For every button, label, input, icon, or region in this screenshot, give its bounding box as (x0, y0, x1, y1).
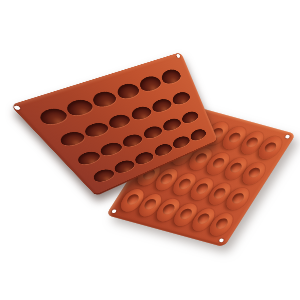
mould-cell (167, 169, 201, 199)
cavity (161, 116, 183, 133)
mould-cell (50, 123, 93, 153)
mould-cell (157, 112, 185, 138)
cavity (189, 127, 208, 142)
bump (150, 136, 180, 162)
mould-cell (28, 100, 75, 133)
mould-cell (186, 123, 211, 147)
front-mould (106, 102, 296, 247)
bump (255, 135, 286, 161)
cavity (171, 134, 191, 150)
cavity (159, 67, 183, 85)
mould-cell (204, 209, 238, 239)
mould-cell (164, 109, 198, 139)
mould-cell (220, 184, 254, 214)
cavity (170, 89, 192, 106)
mould-cell (166, 84, 195, 111)
bump (202, 120, 233, 146)
cavity (132, 150, 155, 166)
mould-cell (92, 135, 128, 162)
mould-cell (203, 179, 237, 209)
cavity (180, 109, 200, 125)
mould-cell (146, 91, 177, 119)
front-mould-layer (0, 0, 300, 300)
bump (219, 125, 249, 151)
cavity (35, 106, 70, 127)
front-mould-corner-hole (111, 209, 117, 213)
mould-cell (237, 158, 271, 188)
bump (184, 116, 214, 142)
product-photo (0, 0, 300, 300)
mould-cell (155, 62, 186, 92)
mould-cell (186, 204, 220, 234)
cavity (114, 82, 142, 101)
bump (222, 186, 253, 212)
mould-cell (68, 144, 107, 172)
cavity (120, 132, 145, 149)
mould-cell (200, 118, 234, 148)
cavity (150, 96, 174, 114)
cavity (81, 120, 110, 139)
bump (188, 207, 218, 233)
cavity (105, 112, 132, 130)
mould-cell (109, 76, 146, 107)
cavity (152, 142, 174, 158)
cavity (97, 140, 124, 158)
mould-cell (128, 145, 159, 170)
mould-cell (169, 200, 203, 230)
cavity (56, 129, 88, 148)
bump (221, 156, 251, 182)
mould-cell (116, 185, 150, 215)
back-mould-corner-hole (176, 54, 181, 59)
mould-cell (182, 113, 216, 143)
mould-cell (76, 115, 115, 144)
mould-cell (185, 174, 219, 204)
cavity (141, 124, 164, 141)
bump (135, 192, 165, 218)
mould-cell (84, 83, 124, 114)
mould-cell (218, 123, 252, 153)
bump (166, 111, 196, 137)
front-mould-corner-hole (284, 134, 290, 138)
bump (151, 167, 181, 193)
cavity (63, 97, 95, 117)
cavity (89, 89, 119, 109)
mould-cell (253, 133, 287, 163)
mould-cell (148, 134, 182, 164)
bump (134, 162, 164, 188)
mould-cell (100, 106, 136, 135)
bump (203, 151, 233, 177)
mould-cell (124, 99, 157, 127)
mould-cell (132, 160, 166, 190)
back-mould-cavity-grid (28, 62, 210, 188)
back-mould-layer (0, 0, 300, 300)
mould-cell (166, 139, 200, 169)
mould-cell (184, 144, 218, 174)
bump (187, 176, 217, 202)
mould-cell (150, 164, 184, 194)
mould-cell (107, 154, 140, 179)
mould-cell (201, 149, 235, 179)
mould-cell (133, 68, 167, 98)
front-mould-bump-grid (116, 109, 287, 240)
bump (171, 202, 201, 228)
bump (168, 141, 198, 167)
mould-cell (177, 104, 203, 129)
mould-cell (133, 190, 167, 220)
mould-cell (115, 127, 148, 154)
mould-cell (167, 130, 193, 154)
cavity (74, 149, 103, 167)
bump (238, 160, 269, 186)
mould-cell (235, 128, 269, 158)
cavity (137, 74, 163, 93)
cavity (90, 167, 116, 184)
mould-cell (151, 195, 185, 225)
mould-cell (148, 137, 176, 161)
mould-cell (57, 91, 101, 123)
back-mould-corner-hole (13, 105, 21, 110)
back-mould (10, 52, 218, 196)
mould-cell (219, 153, 253, 183)
bump (153, 197, 184, 223)
bump (237, 130, 267, 156)
bump (169, 171, 200, 197)
mould-cell (85, 162, 120, 188)
bump (204, 181, 234, 207)
front-mould-corner-hole (218, 238, 224, 242)
bump (185, 146, 216, 172)
bump (117, 187, 147, 213)
bump (206, 211, 237, 237)
cavity (128, 104, 153, 122)
cavity (112, 158, 137, 175)
mould-cell (137, 119, 168, 145)
